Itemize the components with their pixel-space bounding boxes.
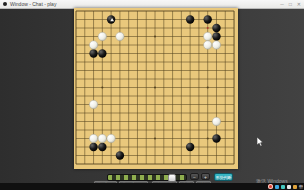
app-icon <box>3 2 7 6</box>
browser-icon[interactable] <box>268 184 273 189</box>
star-point <box>207 87 209 89</box>
star-point <box>154 138 156 140</box>
move-slider[interactable] <box>107 174 187 181</box>
star-point <box>154 87 156 89</box>
black-stone <box>116 151 124 159</box>
tray-icon-light[interactable] <box>287 185 291 189</box>
input-method-icon[interactable]: 中 <box>299 185 303 189</box>
taskbar[interactable] <box>0 183 304 190</box>
white-stone <box>204 41 212 49</box>
white-stone <box>89 134 97 142</box>
star-point <box>154 36 156 38</box>
capture-marker-dot <box>207 27 209 29</box>
black-stone <box>212 24 220 32</box>
black-stone <box>89 143 97 151</box>
white-stone <box>212 41 220 49</box>
step-back-button[interactable]: − <box>190 173 199 180</box>
white-stone <box>89 41 97 49</box>
maximize-button[interactable]: □ <box>289 0 292 8</box>
black-stone <box>212 134 220 142</box>
step-forward-button[interactable]: + <box>201 173 210 180</box>
close-button[interactable]: ✕ <box>297 0 301 8</box>
black-stone <box>89 49 97 57</box>
tray-icon-teal[interactable] <box>281 185 285 189</box>
mouse-cursor-icon <box>257 137 265 147</box>
score-estimate-button[interactable]: 形势判断 <box>214 173 233 181</box>
white-stone <box>98 134 106 142</box>
tray-icon-blue[interactable] <box>275 185 279 189</box>
go-board[interactable] <box>74 8 238 169</box>
black-stone <box>98 143 106 151</box>
white-stone <box>204 32 212 40</box>
star-point <box>101 87 103 89</box>
black-stone <box>186 143 194 151</box>
white-stone <box>116 32 124 40</box>
black-stone <box>186 15 194 23</box>
black-stone <box>204 15 212 23</box>
system-tray[interactable]: 中 <box>268 184 303 189</box>
minimize-button[interactable]: ─ <box>280 0 284 8</box>
window-title: Window - Chat - play <box>10 0 56 8</box>
black-stone <box>212 32 220 40</box>
screen: Window - Chat - play ─ □ ✕ − + 形势判断 第1手▾… <box>0 0 304 190</box>
black-stone <box>98 49 106 57</box>
app-client-area: − + 形势判断 第1手▾ 共23手▾ 申请悔棋 和棋 认输 激活 Window… <box>0 9 304 190</box>
white-stone <box>107 134 115 142</box>
board-grid <box>74 8 238 169</box>
star-point <box>207 138 209 140</box>
white-stone <box>89 100 97 108</box>
white-stone <box>98 32 106 40</box>
black-stone <box>107 15 115 23</box>
tray-icon-orange[interactable] <box>293 185 297 189</box>
white-stone <box>212 117 220 125</box>
